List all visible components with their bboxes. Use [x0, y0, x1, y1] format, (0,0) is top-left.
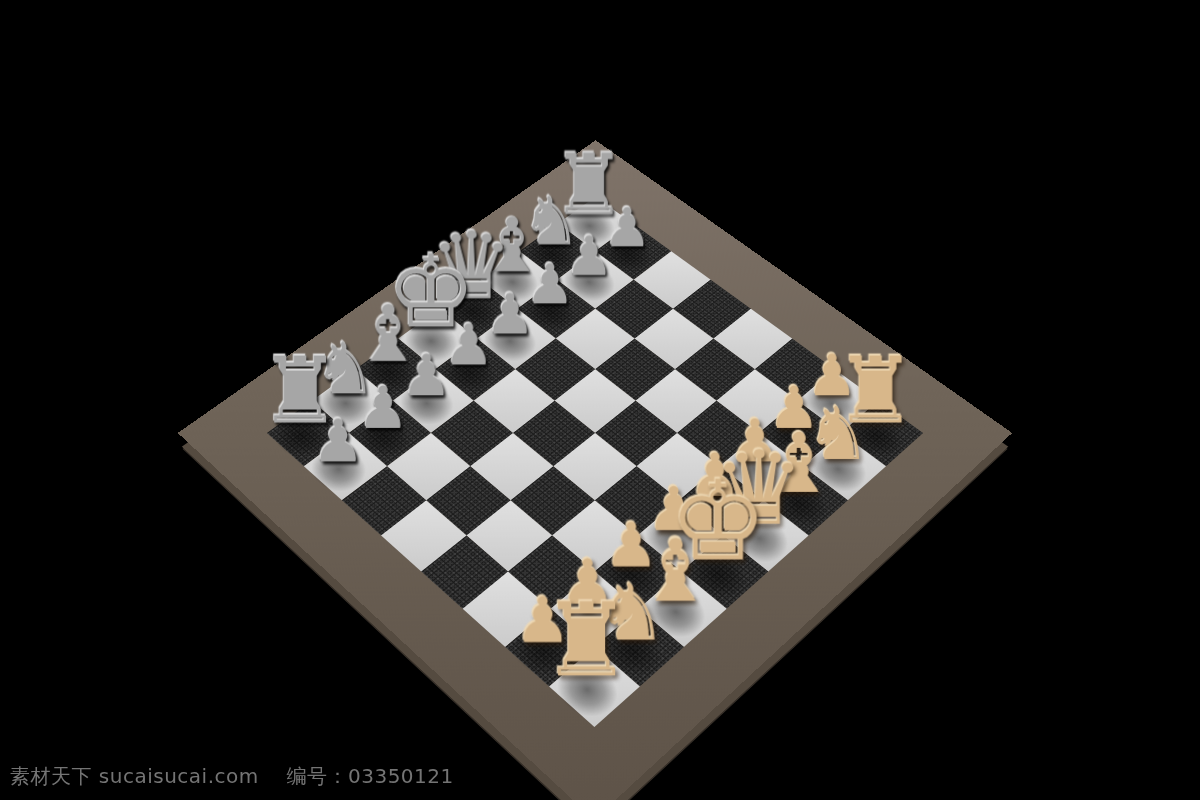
watermark-id: 编号：03350121 [286, 764, 453, 788]
square-h7[interactable]: ♟ [304, 433, 387, 500]
board-grid: ♜♟♟♜♞♟♟♞♝♟♟♝♛♟♟♛♚♟♟♚♝♟♟♝♞♟♟♞♜♟♟♜ [267, 197, 923, 727]
watermark-site-url: sucaisucai.com [99, 764, 259, 788]
board-frame: ♜♟♟♜♞♟♟♞♝♟♟♝♛♟♟♛♚♟♟♚♝♟♟♝♞♟♟♞♜♟♟♜ [178, 140, 1012, 800]
square-h1[interactable]: ♜ [549, 647, 640, 727]
square-d5[interactable] [555, 369, 636, 433]
watermark: 素材天下 sucaisucai.com 编号：03350121 [10, 763, 454, 790]
scene: ♜♟♟♜♞♟♟♞♝♟♟♝♛♟♟♛♚♟♟♚♝♟♟♝♞♟♟♞♜♟♟♜ [0, 0, 1200, 800]
watermark-site-name: 素材天下 [10, 764, 92, 788]
chess-board[interactable]: ♜♟♟♜♞♟♟♞♝♟♟♝♛♟♟♛♚♟♟♚♝♟♟♝♞♟♟♞♜♟♟♜ [178, 140, 1012, 800]
piece-white-rook-h1[interactable]: ♜ [498, 589, 675, 693]
piece-black-pawn-h7[interactable]: ♟ [257, 412, 420, 472]
